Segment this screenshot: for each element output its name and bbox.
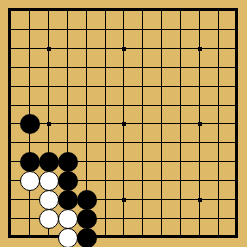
black-stone bbox=[20, 152, 40, 172]
grid-line-vertical bbox=[142, 10, 143, 237]
white-stone bbox=[58, 228, 78, 247]
white-stone bbox=[39, 209, 59, 229]
black-stone bbox=[77, 190, 97, 210]
black-stone bbox=[39, 152, 59, 172]
black-stone bbox=[20, 114, 40, 134]
star-point bbox=[122, 122, 126, 126]
black-stone bbox=[77, 228, 97, 247]
grid-line-horizontal bbox=[10, 142, 237, 143]
star-point bbox=[122, 47, 126, 51]
star-point bbox=[198, 122, 202, 126]
white-stone bbox=[39, 171, 59, 191]
star-point bbox=[47, 47, 51, 51]
black-stone bbox=[58, 190, 78, 210]
star-point bbox=[122, 198, 126, 202]
black-stone bbox=[77, 209, 97, 229]
grid-line-vertical bbox=[161, 10, 162, 237]
grid-line-vertical bbox=[180, 10, 181, 237]
white-stone bbox=[58, 209, 78, 229]
star-point bbox=[198, 198, 202, 202]
white-stone bbox=[39, 190, 59, 210]
go-board[interactable] bbox=[0, 0, 247, 247]
white-stone bbox=[20, 171, 40, 191]
grid-line-vertical bbox=[218, 10, 219, 237]
screenshot-canvas bbox=[0, 0, 247, 247]
star-point bbox=[198, 47, 202, 51]
black-stone bbox=[58, 152, 78, 172]
star-point bbox=[47, 122, 51, 126]
black-stone bbox=[58, 171, 78, 191]
